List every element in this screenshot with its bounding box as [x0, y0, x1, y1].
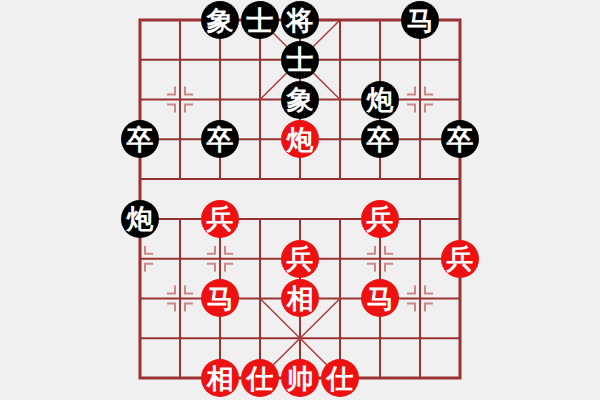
piece-black-soldier[interactable]: 卒: [361, 120, 399, 158]
piece-red-cannon[interactable]: 炮: [281, 120, 319, 158]
piece-red-general[interactable]: 帅: [281, 359, 319, 397]
piece-red-horse[interactable]: 马: [201, 279, 239, 317]
piece-black-horse[interactable]: 马: [401, 1, 439, 39]
piece-black-cannon[interactable]: 炮: [121, 200, 159, 238]
piece-red-elephant[interactable]: 相: [201, 359, 239, 397]
xiangqi-board: 象士将马士象炮卒卒炮卒卒炮兵兵兵兵马相马相仕帅仕: [0, 0, 600, 400]
piece-red-elephant[interactable]: 相: [281, 279, 319, 317]
piece-red-horse[interactable]: 马: [361, 279, 399, 317]
piece-red-soldier[interactable]: 兵: [441, 240, 479, 278]
piece-black-cannon[interactable]: 炮: [361, 81, 399, 119]
piece-black-elephant[interactable]: 象: [281, 81, 319, 119]
piece-black-advisor[interactable]: 士: [281, 41, 319, 79]
piece-black-soldier[interactable]: 卒: [121, 120, 159, 158]
piece-black-soldier[interactable]: 卒: [441, 120, 479, 158]
piece-black-elephant[interactable]: 象: [201, 1, 239, 39]
piece-red-soldier[interactable]: 兵: [281, 240, 319, 278]
xiangqi-app: 象士将马士象炮卒卒炮卒卒炮兵兵兵兵马相马相仕帅仕: [0, 0, 600, 400]
piece-black-general[interactable]: 将: [281, 1, 319, 39]
piece-black-soldier[interactable]: 卒: [201, 120, 239, 158]
piece-red-advisor[interactable]: 仕: [241, 359, 279, 397]
piece-red-advisor[interactable]: 仕: [321, 359, 359, 397]
piece-black-advisor[interactable]: 士: [241, 1, 279, 39]
piece-red-soldier[interactable]: 兵: [201, 200, 239, 238]
piece-red-soldier[interactable]: 兵: [361, 200, 399, 238]
